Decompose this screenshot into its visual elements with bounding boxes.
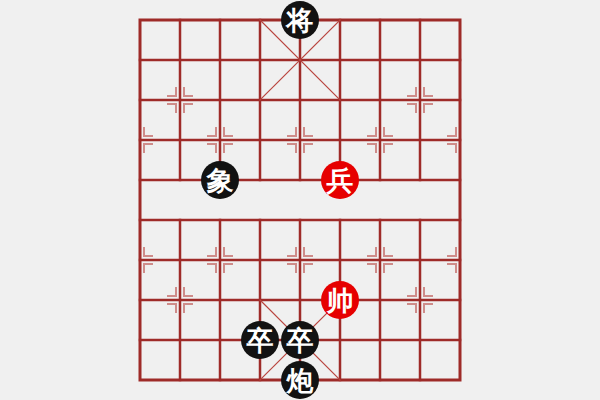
piece-black-soldier-1[interactable]: 卒: [241, 321, 279, 359]
xiangqi-diagram: 将象兵帅卒卒炮: [0, 0, 600, 400]
piece-red-soldier[interactable]: 兵: [321, 161, 359, 199]
piece-red-general[interactable]: 帅: [321, 281, 359, 319]
piece-black-general[interactable]: 将: [281, 1, 319, 39]
piece-black-elephant[interactable]: 象: [201, 161, 239, 199]
piece-black-soldier-2[interactable]: 卒: [281, 321, 319, 359]
piece-black-cannon[interactable]: 炮: [281, 361, 319, 399]
